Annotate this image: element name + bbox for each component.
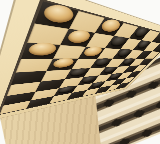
product-photo-checkers-box [0, 0, 160, 144]
checker-man-light-wood [26, 42, 59, 56]
checker-man-light-wood [40, 2, 76, 25]
